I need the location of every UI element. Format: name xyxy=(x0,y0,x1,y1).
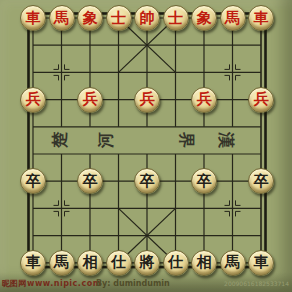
piece-glyph: 車 xyxy=(254,255,269,270)
piece-glyph: 象 xyxy=(197,10,212,25)
piece-glyph: 車 xyxy=(26,255,41,270)
piece-glyph: 相 xyxy=(83,255,98,270)
piece-red-soldier[interactable]: 兵 xyxy=(77,87,103,113)
piece-red-chariot[interactable]: 車 xyxy=(248,5,274,31)
piece-red-horse[interactable]: 馬 xyxy=(220,5,246,31)
piece-red-horse[interactable]: 馬 xyxy=(49,5,75,31)
piece-glyph: 象 xyxy=(83,10,98,25)
piece-glyph: 卒 xyxy=(254,173,269,188)
piece-red-advisor[interactable]: 士 xyxy=(106,5,132,31)
river-label-he: 河 xyxy=(96,130,116,150)
piece-red-elephant[interactable]: 象 xyxy=(77,5,103,31)
piece-glyph: 兵 xyxy=(83,92,98,107)
piece-black-soldier[interactable]: 卒 xyxy=(134,168,160,194)
piece-glyph: 卒 xyxy=(26,173,41,188)
piece-glyph: 相 xyxy=(197,255,212,270)
watermark-id: 20090616182533714 xyxy=(224,276,289,291)
watermark-bar: 昵图网 www.nipic.com By: dumindumin 2009061… xyxy=(0,276,292,292)
piece-red-chariot[interactable]: 車 xyxy=(20,5,46,31)
piece-red-elephant[interactable]: 象 xyxy=(191,5,217,31)
piece-glyph: 卒 xyxy=(83,173,98,188)
piece-black-chariot[interactable]: 車 xyxy=(20,250,46,276)
river-label-han: 漢 xyxy=(216,130,236,150)
piece-glyph: 車 xyxy=(254,10,269,25)
piece-glyph: 兵 xyxy=(140,92,155,107)
piece-glyph: 帥 xyxy=(140,10,155,25)
piece-glyph: 卒 xyxy=(197,173,212,188)
watermark-site-name: 昵图网 xyxy=(2,276,26,291)
piece-red-advisor[interactable]: 士 xyxy=(163,5,189,31)
piece-glyph: 仕 xyxy=(168,255,183,270)
piece-red-soldier[interactable]: 兵 xyxy=(248,87,274,113)
piece-glyph: 兵 xyxy=(197,92,212,107)
river-label-jie: 界 xyxy=(176,130,196,150)
piece-red-general[interactable]: 帥 xyxy=(134,5,160,31)
piece-glyph: 士 xyxy=(111,10,126,25)
xiangqi-board: 楚 河 界 漢 車馬象士帥士象馬車兵兵兵兵兵卒卒卒卒卒車馬相仕將仕相馬車 昵图网… xyxy=(0,0,292,292)
piece-glyph: 馬 xyxy=(225,10,240,25)
piece-black-advisor[interactable]: 仕 xyxy=(163,250,189,276)
piece-black-soldier[interactable]: 卒 xyxy=(20,168,46,194)
piece-black-elephant[interactable]: 相 xyxy=(191,250,217,276)
piece-glyph: 馬 xyxy=(225,255,240,270)
watermark-site-url: www.nipic.com xyxy=(27,276,101,291)
piece-glyph: 仕 xyxy=(111,255,126,270)
piece-black-general[interactable]: 將 xyxy=(134,250,160,276)
piece-black-soldier[interactable]: 卒 xyxy=(248,168,274,194)
piece-black-advisor[interactable]: 仕 xyxy=(106,250,132,276)
piece-glyph: 馬 xyxy=(54,10,69,25)
piece-red-soldier[interactable]: 兵 xyxy=(20,87,46,113)
piece-black-soldier[interactable]: 卒 xyxy=(191,168,217,194)
piece-black-elephant[interactable]: 相 xyxy=(77,250,103,276)
piece-black-horse[interactable]: 馬 xyxy=(220,250,246,276)
watermark-byline: By: dumindumin xyxy=(96,276,170,291)
piece-black-chariot[interactable]: 車 xyxy=(248,250,274,276)
piece-red-soldier[interactable]: 兵 xyxy=(134,87,160,113)
piece-glyph: 兵 xyxy=(26,92,41,107)
board-grid-lines xyxy=(0,0,292,292)
piece-glyph: 卒 xyxy=(140,173,155,188)
piece-glyph: 將 xyxy=(140,255,155,270)
piece-red-soldier[interactable]: 兵 xyxy=(191,87,217,113)
piece-glyph: 兵 xyxy=(254,92,269,107)
piece-glyph: 士 xyxy=(168,10,183,25)
piece-glyph: 馬 xyxy=(54,255,69,270)
river-label-chu: 楚 xyxy=(50,130,70,150)
piece-black-soldier[interactable]: 卒 xyxy=(77,168,103,194)
piece-glyph: 車 xyxy=(26,10,41,25)
piece-black-horse[interactable]: 馬 xyxy=(49,250,75,276)
